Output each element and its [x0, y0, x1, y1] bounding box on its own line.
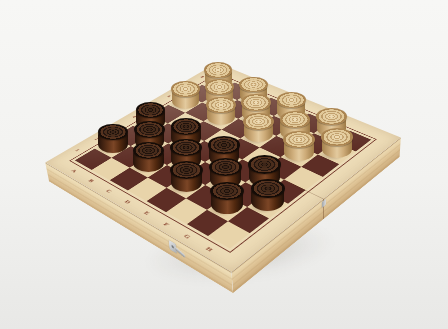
square-f1[interactable] [166, 198, 207, 224]
checker-dark-man-c2[interactable]: ⛂ [133, 142, 165, 172]
checker-top [209, 158, 242, 176]
checker-dark-man-h3[interactable]: ⛂ [251, 179, 285, 211]
checker-top [280, 111, 311, 128]
file-label-g: G [182, 233, 192, 240]
square-h5[interactable] [284, 167, 323, 190]
checker-dark-man-a2[interactable]: ⛂ [98, 124, 129, 153]
checker-light-man-g6[interactable]: ⛀ [283, 131, 315, 161]
file-label-e: E [142, 210, 151, 216]
file-label-b: B [87, 178, 96, 183]
checker-top [251, 179, 285, 198]
checker-top [170, 161, 203, 179]
square-h1[interactable] [208, 221, 250, 248]
checker-top [134, 121, 165, 138]
checker-top [248, 155, 281, 173]
file-label-h: H [204, 246, 214, 253]
checker-top [136, 102, 166, 118]
photo-stage: ABCDEFGH 12345678 ⛀ [0, 0, 448, 329]
checker-top [241, 94, 271, 110]
checker-top [316, 108, 347, 125]
file-label-a: A [70, 168, 79, 173]
checker-top [204, 62, 232, 77]
checker-top [206, 97, 236, 113]
square-b1[interactable] [92, 158, 130, 180]
file-label-f: F [162, 222, 171, 228]
rank-label-1: 1 [74, 148, 80, 152]
file-label-d: D [123, 199, 132, 205]
checker-top [171, 81, 200, 97]
checker-light-man-e6[interactable]: ⛀ [243, 113, 274, 142]
file-label-c: C [104, 188, 113, 194]
checker-top [205, 79, 234, 95]
checker-light-man-h7[interactable]: ⛀ [321, 128, 353, 158]
checker-top [208, 136, 240, 153]
square-d1[interactable] [128, 177, 167, 201]
checker-top [321, 128, 353, 145]
checker-light-man-a6[interactable]: ⛀ [171, 81, 200, 108]
checker-dark-man-g2[interactable]: ⛂ [210, 182, 244, 214]
checker-light-man-c6[interactable]: ⛀ [206, 97, 236, 125]
checker-dark-man-e2[interactable]: ⛂ [170, 161, 203, 192]
checker-top [133, 142, 165, 159]
